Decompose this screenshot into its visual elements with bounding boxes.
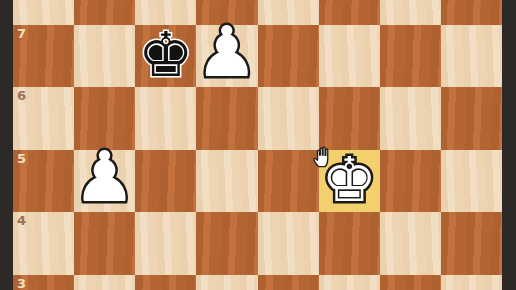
square-f4[interactable] — [319, 212, 380, 275]
square-g6[interactable] — [380, 87, 441, 150]
square-a7[interactable]: 7 — [13, 25, 74, 88]
white-pawn-glyph: ♟ — [73, 142, 136, 212]
chess-app-viewport: 7♚♚♟♟65♟♟♚♚43 — [0, 0, 516, 290]
square-g7[interactable] — [380, 25, 441, 88]
white-pawn[interactable]: ♟♟ — [74, 150, 135, 213]
square-h8[interactable] — [441, 0, 502, 25]
square-e7[interactable] — [258, 25, 319, 88]
square-b4[interactable] — [74, 212, 135, 275]
square-d7[interactable]: ♟♟ — [196, 25, 257, 88]
square-b7[interactable] — [74, 25, 135, 88]
square-h7[interactable] — [441, 25, 502, 88]
square-e4[interactable] — [258, 212, 319, 275]
rank-label-6: 6 — [17, 88, 26, 103]
rank-label-5: 5 — [17, 151, 26, 166]
square-g4[interactable] — [380, 212, 441, 275]
square-f8[interactable] — [319, 0, 380, 25]
square-c3[interactable] — [135, 275, 196, 290]
square-a5[interactable]: 5 — [13, 150, 74, 213]
square-d6[interactable] — [196, 87, 257, 150]
square-e5[interactable] — [258, 150, 319, 213]
rank-label-4: 4 — [17, 213, 26, 228]
square-h3[interactable] — [441, 275, 502, 290]
square-f7[interactable] — [319, 25, 380, 88]
square-b3[interactable] — [74, 275, 135, 290]
square-h6[interactable] — [441, 87, 502, 150]
square-b8[interactable] — [74, 0, 135, 25]
square-a8[interactable] — [13, 0, 74, 25]
white-pawn[interactable]: ♟♟ — [196, 25, 257, 88]
square-a4[interactable]: 4 — [13, 212, 74, 275]
square-h5[interactable] — [441, 150, 502, 213]
square-a3[interactable]: 3 — [13, 275, 74, 290]
square-d5[interactable] — [196, 150, 257, 213]
square-g3[interactable] — [380, 275, 441, 290]
square-c4[interactable] — [135, 212, 196, 275]
white-king-glyph: ♚ — [321, 149, 377, 211]
square-c7[interactable]: ♚♚ — [135, 25, 196, 88]
square-d4[interactable] — [196, 212, 257, 275]
square-e3[interactable] — [258, 275, 319, 290]
square-b5[interactable]: ♟♟ — [74, 150, 135, 213]
square-a6[interactable]: 6 — [13, 87, 74, 150]
square-h4[interactable] — [441, 212, 502, 275]
black-king[interactable]: ♚♚ — [135, 25, 196, 88]
square-f6[interactable] — [319, 87, 380, 150]
square-f5[interactable]: ♚♚ — [319, 150, 380, 213]
square-c5[interactable] — [135, 150, 196, 213]
rank-label-3: 3 — [17, 276, 26, 290]
square-g5[interactable] — [380, 150, 441, 213]
square-g8[interactable] — [380, 0, 441, 25]
white-king[interactable]: ♚♚ — [319, 150, 380, 213]
square-f3[interactable] — [319, 275, 380, 290]
square-c6[interactable] — [135, 87, 196, 150]
black-king-glyph: ♚ — [138, 24, 194, 86]
square-e6[interactable] — [258, 87, 319, 150]
rank-label-7: 7 — [17, 26, 26, 41]
square-d3[interactable] — [196, 275, 257, 290]
chess-board: 7♚♚♟♟65♟♟♚♚43 — [13, 0, 502, 290]
square-e8[interactable] — [258, 0, 319, 25]
white-pawn-glyph: ♟ — [196, 17, 259, 87]
